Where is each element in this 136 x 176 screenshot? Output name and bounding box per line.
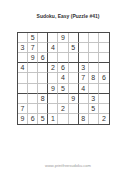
sudoku-cell-r5c5: 4 (58, 73, 68, 83)
sudoku-cell-r7c7 (79, 94, 89, 104)
sudoku-cell-r9c4: 1 (48, 114, 58, 124)
printable-sudoku-page: Sudoku, Easy (Puzzle #41) 59374596426347… (0, 0, 136, 176)
sudoku-cell-r3c1 (18, 53, 28, 63)
sudoku-cell-r7c3: 8 (38, 94, 48, 104)
sudoku-cell-r9c9: 2 (99, 114, 109, 124)
sudoku-cell-r6c2 (28, 84, 38, 94)
sudoku-cell-r6c5: 5 (58, 84, 68, 94)
sudoku-cell-r8c7 (79, 104, 89, 114)
sudoku-cell-r7c5 (58, 94, 68, 104)
sudoku-cell-r4c8 (89, 63, 99, 73)
sudoku-cell-r9c5 (58, 114, 68, 124)
sudoku-cell-r5c9: 6 (99, 73, 109, 83)
sudoku-cell-r8c9 (99, 104, 109, 114)
sudoku-cell-r2c9 (99, 43, 109, 53)
sudoku-cell-r8c6 (69, 104, 79, 114)
sudoku-cell-r9c3: 5 (38, 114, 48, 124)
sudoku-cell-r6c3 (38, 84, 48, 94)
sudoku-cell-r4c2 (28, 63, 38, 73)
sudoku-cell-r9c8 (89, 114, 99, 124)
sudoku-cell-r1c5: 9 (58, 33, 68, 43)
sudoku-cell-r2c5 (58, 43, 68, 53)
sudoku-cell-r5c4 (48, 73, 58, 83)
sudoku-cell-r3c4 (48, 53, 58, 63)
sudoku-cell-r2c7 (79, 43, 89, 53)
sudoku-cell-r8c2 (28, 104, 38, 114)
sudoku-cell-r6c4: 9 (48, 84, 58, 94)
sudoku-cell-r4c1: 4 (18, 63, 28, 73)
sudoku-cell-r5c1 (18, 73, 28, 83)
sudoku-cell-r9c2: 6 (28, 114, 38, 124)
sudoku-cell-r7c8: 3 (89, 94, 99, 104)
sudoku-cell-r5c7: 7 (79, 73, 89, 83)
sudoku-cell-r3c3: 6 (38, 53, 48, 63)
sudoku-cell-r3c5 (58, 53, 68, 63)
sudoku-cell-r3c7 (79, 53, 89, 63)
sudoku-cell-r6c1 (18, 84, 28, 94)
sudoku-cell-r2c1: 3 (18, 43, 28, 53)
sudoku-cell-r1c6 (69, 33, 79, 43)
sudoku-cell-r4c4: 2 (48, 63, 58, 73)
sudoku-cell-r8c4 (48, 104, 58, 114)
sudoku-cell-r9c7: 8 (79, 114, 89, 124)
sudoku-cell-r4c6 (69, 63, 79, 73)
footer-url: www.printfreesudoku.com (0, 163, 136, 168)
sudoku-board: 5937459642634786954893725965182 (17, 32, 110, 125)
page-title: Sudoku, Easy (Puzzle #41) (0, 13, 136, 19)
sudoku-cell-r5c3 (38, 73, 48, 83)
sudoku-cell-r8c1: 7 (18, 104, 28, 114)
sudoku-cell-r6c7: 4 (79, 84, 89, 94)
sudoku-cell-r2c4: 4 (48, 43, 58, 53)
sudoku-cell-r3c9 (99, 53, 109, 63)
sudoku-cell-r4c5: 6 (58, 63, 68, 73)
sudoku-cell-r5c2 (28, 73, 38, 83)
sudoku-cell-r2c2: 7 (28, 43, 38, 53)
sudoku-cell-r8c3 (38, 104, 48, 114)
sudoku-cell-r5c6 (69, 73, 79, 83)
sudoku-cell-r1c2: 5 (28, 33, 38, 43)
sudoku-cell-r4c9 (99, 63, 109, 73)
sudoku-cell-r1c7 (79, 33, 89, 43)
sudoku-cell-r6c6 (69, 84, 79, 94)
sudoku-cell-r2c3 (38, 43, 48, 53)
sudoku-cell-r6c9 (99, 84, 109, 94)
sudoku-cell-r9c1: 9 (18, 114, 28, 124)
sudoku-cell-r7c4 (48, 94, 58, 104)
sudoku-cell-r3c2: 9 (28, 53, 38, 63)
sudoku-cell-r8c8: 5 (89, 104, 99, 114)
sudoku-cell-r1c9 (99, 33, 109, 43)
sudoku-cell-r1c1 (18, 33, 28, 43)
sudoku-cell-r7c9 (99, 94, 109, 104)
sudoku-cell-r9c6 (69, 114, 79, 124)
sudoku-cell-r1c3 (38, 33, 48, 43)
sudoku-cell-r4c3 (38, 63, 48, 73)
sudoku-cell-r3c8 (89, 53, 99, 63)
sudoku-cell-r7c6: 9 (69, 94, 79, 104)
sudoku-cell-r7c1 (18, 94, 28, 104)
sudoku-cell-r1c8 (89, 33, 99, 43)
sudoku-cell-r1c4 (48, 33, 58, 43)
sudoku-cell-r5c8: 8 (89, 73, 99, 83)
sudoku-cell-r6c8 (89, 84, 99, 94)
sudoku-cell-r8c5: 2 (58, 104, 68, 114)
sudoku-cell-r4c7: 3 (79, 63, 89, 73)
sudoku-cell-r3c6 (69, 53, 79, 63)
sudoku-cell-r7c2 (28, 94, 38, 104)
sudoku-cell-r2c6: 5 (69, 43, 79, 53)
sudoku-cell-r2c8 (89, 43, 99, 53)
